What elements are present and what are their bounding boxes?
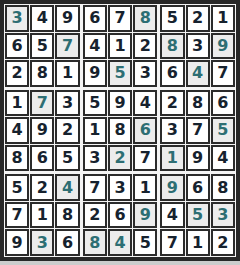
cell-r6c2[interactable]: 6 <box>30 145 54 172</box>
box-3-2: 731269845 <box>83 174 158 256</box>
cell-r1c9[interactable]: 1 <box>211 5 235 32</box>
cell-r9c6[interactable]: 5 <box>133 229 157 256</box>
cell-r4c2[interactable]: 7 <box>30 90 54 117</box>
cell-r7c5[interactable]: 3 <box>108 174 132 201</box>
cell-r6c9[interactable]: 4 <box>211 145 235 172</box>
cell-r5c6[interactable]: 6 <box>133 117 157 144</box>
cell-r9c7[interactable]: 7 <box>160 229 184 256</box>
box-3-1: 524718936 <box>5 174 80 256</box>
cell-r4c9[interactable]: 6 <box>211 90 235 117</box>
cell-r5c4[interactable]: 1 <box>83 117 107 144</box>
cell-r8c3[interactable]: 8 <box>55 202 79 229</box>
cell-r2c7[interactable]: 8 <box>160 33 184 60</box>
box-2-1: 173492865 <box>5 90 80 172</box>
cell-r7c6[interactable]: 1 <box>133 174 157 201</box>
cell-r7c3[interactable]: 4 <box>55 174 79 201</box>
cell-r7c4[interactable]: 7 <box>83 174 107 201</box>
cell-r6c6[interactable]: 7 <box>133 145 157 172</box>
cell-r4c6[interactable]: 4 <box>133 90 157 117</box>
cell-r1c4[interactable]: 6 <box>83 5 107 32</box>
box-1-2: 678412953 <box>83 5 158 87</box>
cell-r4c4[interactable]: 5 <box>83 90 107 117</box>
cell-r8c9[interactable]: 3 <box>211 202 235 229</box>
cell-r2c2[interactable]: 5 <box>30 33 54 60</box>
cell-r8c7[interactable]: 4 <box>160 202 184 229</box>
cell-r2c6[interactable]: 2 <box>133 33 157 60</box>
cell-r6c4[interactable]: 3 <box>83 145 107 172</box>
cell-r2c9[interactable]: 9 <box>211 33 235 60</box>
box-2-2: 594186327 <box>83 90 158 172</box>
box-1-3: 521839647 <box>160 5 235 87</box>
cell-r9c1[interactable]: 9 <box>5 229 29 256</box>
cell-r5c5[interactable]: 8 <box>108 117 132 144</box>
cell-r4c1[interactable]: 1 <box>5 90 29 117</box>
cell-r1c6[interactable]: 8 <box>133 5 157 32</box>
cell-r3c1[interactable]: 2 <box>5 60 29 87</box>
cell-r2c8[interactable]: 3 <box>186 33 210 60</box>
cell-r1c7[interactable]: 5 <box>160 5 184 32</box>
cell-r1c1[interactable]: 3 <box>5 5 29 32</box>
cell-r2c3[interactable]: 7 <box>55 33 79 60</box>
cell-r7c2[interactable]: 2 <box>30 174 54 201</box>
cell-r5c8[interactable]: 7 <box>186 117 210 144</box>
cell-r1c3[interactable]: 9 <box>55 5 79 32</box>
box-3-3: 968453712 <box>160 174 235 256</box>
cell-r3c2[interactable]: 8 <box>30 60 54 87</box>
cell-r1c2[interactable]: 4 <box>30 5 54 32</box>
cell-r1c8[interactable]: 2 <box>186 5 210 32</box>
cell-r3c4[interactable]: 9 <box>83 60 107 87</box>
cell-r3c8[interactable]: 4 <box>186 60 210 87</box>
cell-r9c9[interactable]: 2 <box>211 229 235 256</box>
cell-r3c7[interactable]: 6 <box>160 60 184 87</box>
cell-r2c5[interactable]: 1 <box>108 33 132 60</box>
cell-r8c8[interactable]: 5 <box>186 202 210 229</box>
cell-r3c9[interactable]: 7 <box>211 60 235 87</box>
cell-r9c8[interactable]: 1 <box>186 229 210 256</box>
cell-r4c8[interactable]: 8 <box>186 90 210 117</box>
cell-r5c3[interactable]: 2 <box>55 117 79 144</box>
cell-r4c3[interactable]: 3 <box>55 90 79 117</box>
cell-r3c3[interactable]: 1 <box>55 60 79 87</box>
cell-r2c1[interactable]: 6 <box>5 33 29 60</box>
cell-r8c5[interactable]: 6 <box>108 202 132 229</box>
cell-r9c5[interactable]: 4 <box>108 229 132 256</box>
cell-r3c6[interactable]: 3 <box>133 60 157 87</box>
cell-r5c2[interactable]: 9 <box>30 117 54 144</box>
cell-r3c5[interactable]: 5 <box>108 60 132 87</box>
box-1-1: 349657281 <box>5 5 80 87</box>
sudoku-board: 3496572816784129535218396471734928655941… <box>0 0 240 261</box>
cell-r6c1[interactable]: 8 <box>5 145 29 172</box>
cell-r9c3[interactable]: 6 <box>55 229 79 256</box>
cell-r8c6[interactable]: 9 <box>133 202 157 229</box>
cell-r5c1[interactable]: 4 <box>5 117 29 144</box>
cell-r9c2[interactable]: 3 <box>30 229 54 256</box>
cell-r6c5[interactable]: 2 <box>108 145 132 172</box>
cell-r5c7[interactable]: 3 <box>160 117 184 144</box>
cell-r6c7[interactable]: 1 <box>160 145 184 172</box>
box-2-3: 286375194 <box>160 90 235 172</box>
cell-r7c9[interactable]: 8 <box>211 174 235 201</box>
cell-r7c1[interactable]: 5 <box>5 174 29 201</box>
cell-r5c9[interactable]: 5 <box>211 117 235 144</box>
cell-r7c7[interactable]: 9 <box>160 174 184 201</box>
cell-r8c4[interactable]: 2 <box>83 202 107 229</box>
cell-r2c4[interactable]: 4 <box>83 33 107 60</box>
cell-r7c8[interactable]: 6 <box>186 174 210 201</box>
cell-r9c4[interactable]: 8 <box>83 229 107 256</box>
cell-r6c3[interactable]: 5 <box>55 145 79 172</box>
cell-r4c5[interactable]: 9 <box>108 90 132 117</box>
cell-r8c1[interactable]: 7 <box>5 202 29 229</box>
cell-r8c2[interactable]: 1 <box>30 202 54 229</box>
cell-r6c8[interactable]: 9 <box>186 145 210 172</box>
cell-r4c7[interactable]: 2 <box>160 90 184 117</box>
cell-r1c5[interactable]: 7 <box>108 5 132 32</box>
page-background: { "game": "Sudoku", "grid_size": "9x9", … <box>0 0 240 265</box>
